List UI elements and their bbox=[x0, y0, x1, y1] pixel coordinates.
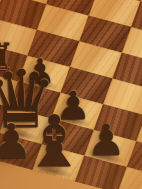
bishop-glyph: ♝ bbox=[23, 106, 87, 177]
chessboard-photo: ♜♟♟♟♛♝♟ bbox=[0, 0, 142, 189]
chess-board: ♜♟♟♟♛♝♟ bbox=[0, 0, 142, 189]
pawn-glyph: ♟ bbox=[87, 119, 126, 162]
chess-piece-bishop: ♝ bbox=[33, 144, 85, 181]
